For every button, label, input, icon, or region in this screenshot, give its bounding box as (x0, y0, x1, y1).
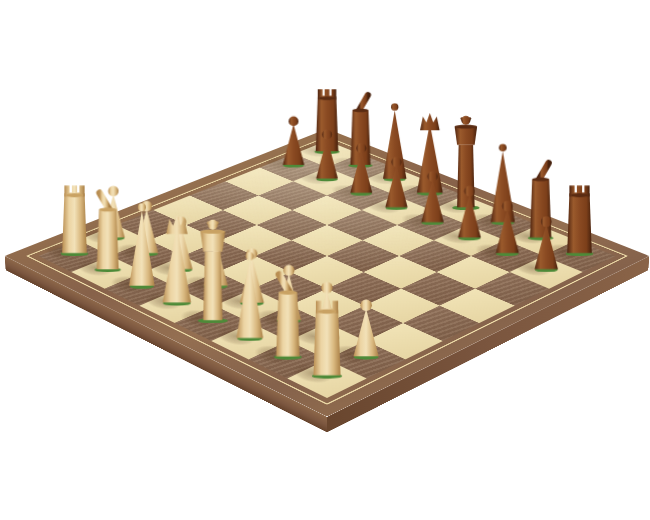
piece-white-rook[interactable] (310, 299, 344, 378)
square-h4[interactable] (403, 306, 479, 341)
piece-white-bishop[interactable] (235, 251, 264, 341)
black-pawn-icon (457, 185, 483, 240)
black-pawn-icon (384, 156, 409, 210)
white-queen-icon (161, 212, 193, 306)
black-pawn-icon (494, 200, 520, 256)
white-bishop-icon (235, 251, 264, 341)
black-pawn-icon (533, 215, 559, 272)
black-rook-icon (564, 184, 595, 256)
piece-black-pawn[interactable] (315, 129, 339, 182)
piece-white-knight[interactable] (272, 268, 305, 359)
piece-black-pawn[interactable] (384, 156, 409, 210)
scene (0, 0, 650, 520)
piece-black-pawn[interactable] (494, 200, 520, 256)
white-knight-icon (93, 187, 123, 272)
piece-white-rook[interactable] (59, 184, 90, 256)
white-bishop-icon (128, 202, 156, 288)
piece-black-pawn[interactable] (420, 170, 445, 225)
board-field (39, 141, 616, 398)
black-pawn-icon (420, 170, 445, 225)
piece-black-pawn[interactable] (281, 116, 305, 168)
white-rook-icon (310, 299, 344, 378)
piece-black-pawn[interactable] (349, 142, 374, 195)
black-pawn-icon (315, 129, 339, 182)
black-pawn-icon (281, 116, 305, 168)
piece-white-pawn[interactable] (352, 299, 380, 360)
piece-black-pawn[interactable] (533, 215, 559, 272)
piece-white-bishop[interactable] (128, 202, 156, 288)
square-e5[interactable] (327, 240, 399, 272)
piece-white-king[interactable] (195, 218, 230, 323)
black-pawn-icon (349, 142, 374, 195)
piece-white-queen[interactable] (161, 212, 193, 306)
chess-board (5, 129, 650, 417)
white-knight-icon (272, 268, 305, 359)
piece-black-pawn[interactable] (457, 185, 483, 240)
white-pawn-icon (352, 299, 380, 360)
white-king-icon (195, 218, 230, 323)
white-rook-icon (59, 184, 90, 256)
piece-white-knight[interactable] (93, 187, 123, 272)
piece-black-rook[interactable] (564, 184, 595, 256)
